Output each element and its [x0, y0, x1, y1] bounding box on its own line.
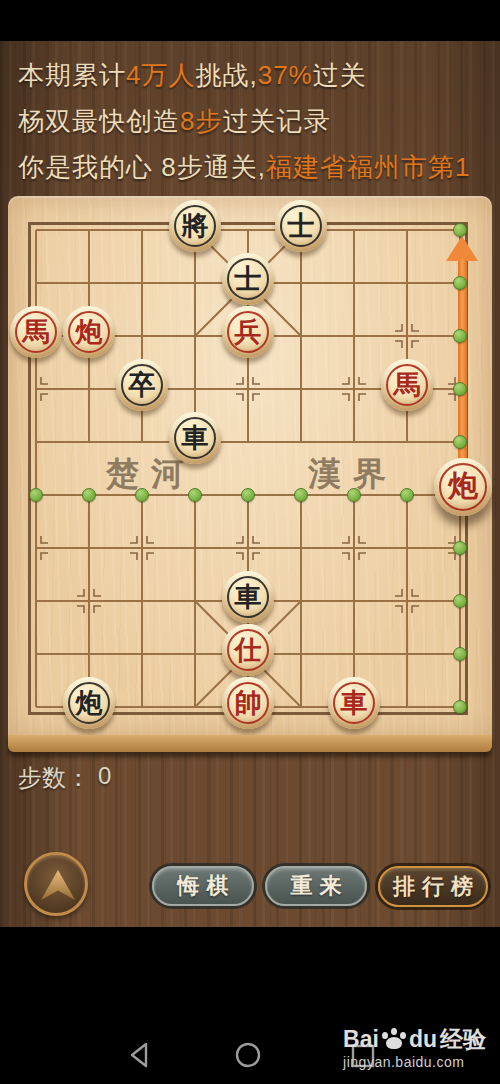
- legal-move-dot[interactable]: [453, 276, 467, 290]
- piece-red-仕[interactable]: 仕: [222, 624, 274, 676]
- legal-move-dot[interactable]: [82, 488, 96, 502]
- piece-black-炮[interactable]: 炮: [63, 677, 115, 729]
- step-counter-value: 0: [98, 762, 111, 794]
- piece-glyph: 士: [235, 265, 262, 292]
- baidu-brand-text: Bai: [343, 1026, 379, 1052]
- piece-red-炮[interactable]: 炮: [63, 306, 115, 358]
- piece-glyph: 馬: [394, 371, 421, 398]
- piece-glyph: 車: [235, 583, 262, 610]
- piece-glyph: 車: [182, 424, 209, 451]
- legal-move-dot[interactable]: [453, 223, 467, 237]
- challenge-info-line: 杨双最快创造8步过关记录: [18, 98, 488, 144]
- leaderboard-button[interactable]: 排行榜: [378, 866, 488, 907]
- android-status-bar: [0, 0, 500, 41]
- challenge-info-segment: 杨双最快创造: [18, 106, 180, 136]
- legal-move-dot[interactable]: [400, 488, 414, 502]
- piece-black-卒[interactable]: 卒: [116, 359, 168, 411]
- challenge-info-segment: 4万人: [126, 60, 195, 90]
- challenge-info: 本期累计4万人挑战,37%过关杨双最快创造8步过关记录你是我的心 8步通关,福建…: [18, 52, 488, 190]
- back-icon[interactable]: [126, 1041, 154, 1069]
- restart-button[interactable]: 重来: [265, 866, 367, 906]
- baidu-brand-text2: du: [409, 1026, 437, 1052]
- piece-black-車[interactable]: 車: [169, 412, 221, 464]
- challenge-info-segment: 过关: [313, 60, 367, 90]
- challenge-info-segment: 过关记录: [222, 106, 330, 136]
- xiangqi-board: 楚河漢界將士士馬炮兵卒馬車炮車仕炮帥車: [8, 196, 492, 737]
- piece-red-馬[interactable]: 馬: [381, 359, 433, 411]
- challenge-info-segment: 你是我的心 8步通关,: [18, 152, 266, 182]
- step-counter-label: 步数：: [18, 762, 90, 794]
- piece-red-車[interactable]: 車: [328, 677, 380, 729]
- piece-glyph: 車: [341, 689, 368, 716]
- piece-glyph: 炮: [76, 689, 103, 716]
- challenge-info-segment: 本期累计: [18, 60, 126, 90]
- piece-black-車[interactable]: 車: [222, 571, 274, 623]
- step-counter: 步数： 0: [18, 762, 111, 794]
- baidu-jingyan-watermark: Bai du 经验 jingyan.baidu.com: [343, 1026, 486, 1070]
- challenge-info-segment: 挑战,: [195, 60, 257, 90]
- legal-move-dot[interactable]: [29, 488, 43, 502]
- piece-glyph: 仕: [235, 636, 262, 663]
- piece-glyph: 帥: [235, 689, 262, 716]
- piece-glyph: 卒: [129, 371, 156, 398]
- home-icon[interactable]: [234, 1041, 262, 1069]
- piece-red-馬[interactable]: 馬: [10, 306, 62, 358]
- legal-move-dot[interactable]: [188, 488, 202, 502]
- challenge-info-line: 本期累计4万人挑战,37%过关: [18, 52, 488, 98]
- piece-black-士[interactable]: 士: [222, 253, 274, 305]
- board-edge: [8, 735, 492, 752]
- piece-glyph: 炮: [76, 318, 103, 345]
- piece-red-帥[interactable]: 帥: [222, 677, 274, 729]
- jingyan-brand-text: 经验: [440, 1026, 486, 1052]
- piece-red-炮-selected[interactable]: 炮: [434, 458, 492, 516]
- challenge-info-segment: 8步: [180, 106, 222, 136]
- piece-glyph: 炮: [448, 471, 478, 501]
- legal-move-dot[interactable]: [453, 647, 467, 661]
- watermark-url: jingyan.baidu.com: [343, 1054, 486, 1070]
- piece-black-將[interactable]: 將: [169, 200, 221, 252]
- piece-glyph: 士: [288, 212, 315, 239]
- legal-move-dot[interactable]: [453, 700, 467, 714]
- challenge-info-line: 你是我的心 8步通关,福建省福州市第1: [18, 144, 488, 190]
- piece-glyph: 兵: [235, 318, 262, 345]
- legal-move-dot[interactable]: [241, 488, 255, 502]
- legal-move-dot[interactable]: [453, 329, 467, 343]
- challenge-info-segment: 37%: [258, 60, 313, 90]
- piece-black-士[interactable]: 士: [275, 200, 327, 252]
- piece-red-兵[interactable]: 兵: [222, 306, 274, 358]
- legal-move-dot[interactable]: [453, 541, 467, 555]
- piece-glyph: 將: [182, 212, 209, 239]
- chevron-up-icon: [41, 870, 75, 900]
- legal-move-dot[interactable]: [453, 435, 467, 449]
- legal-move-dot[interactable]: [135, 488, 149, 502]
- legal-move-dot[interactable]: [347, 488, 361, 502]
- legal-move-dot[interactable]: [294, 488, 308, 502]
- piece-glyph: 馬: [23, 318, 50, 345]
- challenge-info-segment: 福建省福州市第1: [266, 152, 470, 182]
- undo-button[interactable]: 悔棋: [152, 866, 254, 906]
- app-screen: 本期累计4万人挑战,37%过关杨双最快创造8步过关记录你是我的心 8步通关,福建…: [0, 0, 500, 1084]
- baidu-paw-icon: [382, 1028, 406, 1050]
- legal-move-dot[interactable]: [453, 382, 467, 396]
- expand-panel-button[interactable]: [24, 852, 88, 916]
- legal-move-dot[interactable]: [453, 594, 467, 608]
- hint-arrow-head: [446, 236, 478, 261]
